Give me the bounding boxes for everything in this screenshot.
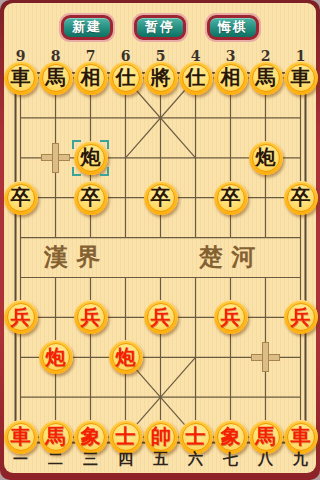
piece-black-相[interactable]: 相 (214, 61, 248, 95)
piece-red-炮[interactable]: 炮 (109, 340, 143, 374)
board-point: 卒 (73, 178, 108, 218)
file-label: 二 (38, 451, 73, 468)
piece-red-馬[interactable]: 馬 (39, 420, 73, 454)
file-numbers-bottom: 一二三四五六七八九 (3, 451, 318, 468)
piece-red-馬[interactable]: 馬 (249, 420, 283, 454)
board-point: 馬 (38, 58, 73, 98)
piece-red-兵[interactable]: 兵 (144, 300, 178, 334)
piece-black-卒[interactable]: 卒 (74, 181, 108, 215)
piece-red-兵[interactable]: 兵 (74, 300, 108, 334)
board-point: 炮 (108, 337, 143, 377)
piece-black-馬[interactable]: 馬 (249, 61, 283, 95)
piece-black-仕[interactable]: 仕 (179, 61, 213, 95)
last-move-origin-marker (248, 337, 283, 377)
piece-red-士[interactable]: 士 (109, 420, 143, 454)
piece-red-兵[interactable]: 兵 (4, 300, 38, 334)
piece-black-仕[interactable]: 仕 (109, 61, 143, 95)
piece-red-車[interactable]: 車 (284, 420, 318, 454)
piece-black-卒[interactable]: 卒 (284, 181, 318, 215)
file-label: 四 (108, 451, 143, 468)
board-point: 相 (213, 58, 248, 98)
board-point: 車 (3, 58, 38, 98)
piece-black-車[interactable]: 車 (284, 61, 318, 95)
piece-black-卒[interactable]: 卒 (4, 181, 38, 215)
piece-red-士[interactable]: 士 (179, 420, 213, 454)
piece-red-帥[interactable]: 帥 (144, 420, 178, 454)
piece-black-卒[interactable]: 卒 (214, 181, 248, 215)
app-window: 新建 暂停 悔棋 987654321 (0, 0, 320, 480)
board-point: 卒 (283, 178, 318, 218)
piece-black-將[interactable]: 將 (144, 61, 178, 95)
piece-grid[interactable]: 車馬相仕將仕相馬車炮炮卒卒卒卒卒兵兵兵兵兵炮炮車馬象士帥士象馬車 (3, 58, 318, 457)
board-point: 兵 (143, 297, 178, 337)
last-move-origin-marker (38, 138, 73, 178)
board-point: 兵 (3, 297, 38, 337)
piece-black-馬[interactable]: 馬 (39, 61, 73, 95)
board-point: 卒 (3, 178, 38, 218)
file-label: 七 (213, 451, 248, 468)
file-label: 三 (73, 451, 108, 468)
piece-red-兵[interactable]: 兵 (214, 300, 248, 334)
file-label: 九 (283, 451, 318, 468)
board-point: 車 (283, 58, 318, 98)
piece-black-車[interactable]: 車 (4, 61, 38, 95)
board-point: 兵 (73, 297, 108, 337)
piece-red-象[interactable]: 象 (74, 420, 108, 454)
piece-black-卒[interactable]: 卒 (144, 181, 178, 215)
file-label: 五 (143, 451, 178, 468)
piece-red-炮[interactable]: 炮 (39, 340, 73, 374)
piece-red-象[interactable]: 象 (214, 420, 248, 454)
board-point: 將 (143, 58, 178, 98)
board-point: 兵 (283, 297, 318, 337)
piece-red-兵[interactable]: 兵 (284, 300, 318, 334)
piece-black-相[interactable]: 相 (74, 61, 108, 95)
file-label: 八 (248, 451, 283, 468)
board-point: 炮 (248, 138, 283, 178)
board-point: 兵 (213, 297, 248, 337)
file-label: 六 (178, 451, 213, 468)
board-point: 仕 (178, 58, 213, 98)
board-point: 炮 (38, 337, 73, 377)
board-point: 馬 (248, 58, 283, 98)
board-point: 相 (73, 58, 108, 98)
board-point: 仕 (108, 58, 143, 98)
board-point: 卒 (213, 178, 248, 218)
file-label: 一 (3, 451, 38, 468)
selection-brackets (73, 138, 108, 178)
board-point: 卒 (143, 178, 178, 218)
piece-black-炮[interactable]: 炮 (249, 141, 283, 175)
piece-red-車[interactable]: 車 (4, 420, 38, 454)
